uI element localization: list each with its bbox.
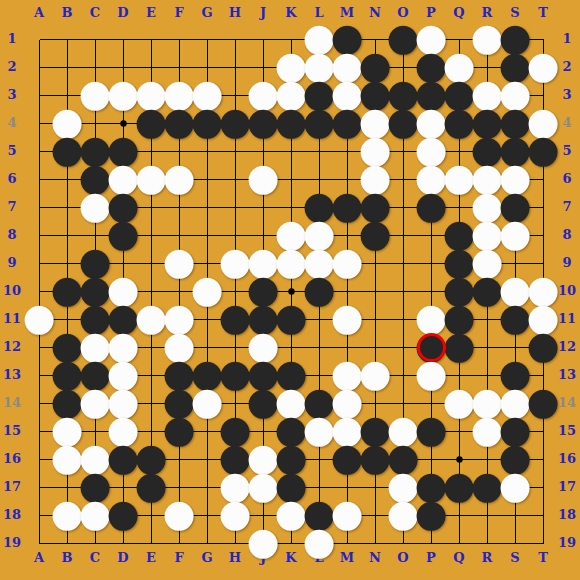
intersection-K4[interactable]: ● xyxy=(277,109,305,137)
intersection-A7[interactable] xyxy=(25,193,53,221)
row-label-8: 8 xyxy=(1,221,23,249)
intersection-A11[interactable]: ● xyxy=(25,305,53,333)
intersection-A4[interactable] xyxy=(25,109,53,137)
intersection-B2[interactable] xyxy=(53,53,81,81)
intersection-T6[interactable] xyxy=(529,165,557,193)
intersection-O12[interactable] xyxy=(389,333,417,361)
intersection-T2[interactable]: ● xyxy=(529,53,557,81)
intersection-D18[interactable]: ● xyxy=(109,501,137,529)
intersection-A17[interactable] xyxy=(25,473,53,501)
intersection-S18[interactable] xyxy=(501,501,529,529)
board-grid: ●●●●●●●●●●●●●●●●●●●●●●●●●●●●●●●●●●●●●●●●… xyxy=(25,25,557,557)
intersection-P12[interactable]: ● xyxy=(417,333,445,361)
intersection-O13[interactable] xyxy=(389,361,417,389)
intersection-B16[interactable]: ● xyxy=(53,445,81,473)
row-label-15: 15 xyxy=(1,417,23,445)
intersection-O18[interactable]: ● xyxy=(389,501,417,529)
intersection-R15[interactable]: ● xyxy=(473,417,501,445)
intersection-F6[interactable]: ● xyxy=(165,165,193,193)
intersection-S19[interactable] xyxy=(501,529,529,557)
intersection-H6[interactable] xyxy=(221,165,249,193)
intersection-R10[interactable]: ● xyxy=(473,277,501,305)
last-move-marker xyxy=(417,333,446,362)
intersection-C3[interactable]: ● xyxy=(81,81,109,109)
intersection-N9[interactable] xyxy=(361,249,389,277)
intersection-N8[interactable]: ● xyxy=(361,221,389,249)
intersection-K9[interactable]: ● xyxy=(277,249,305,277)
intersection-S8[interactable]: ● xyxy=(501,221,529,249)
intersection-B8[interactable] xyxy=(53,221,81,249)
intersection-L11[interactable] xyxy=(305,305,333,333)
col-label-J: J xyxy=(249,5,277,20)
col-label-C: C xyxy=(81,5,109,20)
intersection-A14[interactable] xyxy=(25,389,53,417)
col-label-G: G xyxy=(193,5,221,20)
intersection-O5[interactable] xyxy=(389,137,417,165)
intersection-M5[interactable] xyxy=(333,137,361,165)
intersection-G6[interactable] xyxy=(193,165,221,193)
intersection-J4[interactable]: ● xyxy=(249,109,277,137)
white-stone-M11: ● xyxy=(330,298,363,336)
intersection-G16[interactable] xyxy=(193,445,221,473)
intersection-B10[interactable]: ● xyxy=(53,277,81,305)
intersection-F7[interactable] xyxy=(165,193,193,221)
intersection-T19[interactable] xyxy=(529,529,557,557)
intersection-T18[interactable] xyxy=(529,501,557,529)
intersection-S11[interactable]: ● xyxy=(501,305,529,333)
intersection-Q15[interactable] xyxy=(445,417,473,445)
row-label-13: 13 xyxy=(1,361,23,389)
intersection-A13[interactable] xyxy=(25,361,53,389)
intersection-A16[interactable] xyxy=(25,445,53,473)
intersection-H7[interactable] xyxy=(221,193,249,221)
row-label-14: 14 xyxy=(1,389,23,417)
intersection-T12[interactable]: ● xyxy=(529,333,557,361)
intersection-P8[interactable] xyxy=(417,221,445,249)
row-label-7: 7 xyxy=(1,193,23,221)
intersection-L10[interactable]: ● xyxy=(305,277,333,305)
intersection-G19[interactable] xyxy=(193,529,221,557)
black-stone-D18: ● xyxy=(106,494,139,532)
intersection-E19[interactable] xyxy=(137,529,165,557)
intersection-E8[interactable] xyxy=(137,221,165,249)
white-stone-L19: ● xyxy=(302,522,335,560)
intersection-D3[interactable]: ● xyxy=(109,81,137,109)
intersection-L12[interactable] xyxy=(305,333,333,361)
intersection-G4[interactable]: ● xyxy=(193,109,221,137)
intersection-H4[interactable]: ● xyxy=(221,109,249,137)
intersection-A2[interactable] xyxy=(25,53,53,81)
intersection-J7[interactable] xyxy=(249,193,277,221)
intersection-G7[interactable] xyxy=(193,193,221,221)
intersection-C19[interactable] xyxy=(81,529,109,557)
col-label-Q: Q xyxy=(445,5,473,20)
white-stone-F6: ● xyxy=(162,158,195,196)
intersection-B1[interactable] xyxy=(53,25,81,53)
intersection-P15[interactable]: ● xyxy=(417,417,445,445)
intersection-Q18[interactable] xyxy=(445,501,473,529)
intersection-G11[interactable] xyxy=(193,305,221,333)
col-label-A: A xyxy=(25,5,53,20)
intersection-N19[interactable] xyxy=(361,529,389,557)
intersection-O11[interactable] xyxy=(389,305,417,333)
intersection-E1[interactable] xyxy=(137,25,165,53)
col-label-H: H xyxy=(221,5,249,20)
intersection-N18[interactable] xyxy=(361,501,389,529)
intersection-T15[interactable] xyxy=(529,417,557,445)
intersection-T16[interactable] xyxy=(529,445,557,473)
row-label-9: 9 xyxy=(1,249,23,277)
intersection-K11[interactable]: ● xyxy=(277,305,305,333)
col-label-F: F xyxy=(165,5,193,20)
intersection-L5[interactable] xyxy=(305,137,333,165)
intersection-F18[interactable]: ● xyxy=(165,501,193,529)
intersection-N16[interactable]: ● xyxy=(361,445,389,473)
intersection-M11[interactable]: ● xyxy=(333,305,361,333)
intersection-E17[interactable]: ● xyxy=(137,473,165,501)
row-label-10: 10 xyxy=(1,277,23,305)
intersection-Q14[interactable]: ● xyxy=(445,389,473,417)
intersection-M19[interactable] xyxy=(333,529,361,557)
intersection-E14[interactable] xyxy=(137,389,165,417)
intersection-Q17[interactable]: ● xyxy=(445,473,473,501)
intersection-E13[interactable] xyxy=(137,361,165,389)
intersection-P18[interactable]: ● xyxy=(417,501,445,529)
intersection-O7[interactable] xyxy=(389,193,417,221)
intersection-L16[interactable] xyxy=(305,445,333,473)
col-label-T: T xyxy=(529,5,557,20)
intersection-M4[interactable]: ● xyxy=(333,109,361,137)
intersection-K19[interactable] xyxy=(277,529,305,557)
intersection-F9[interactable]: ● xyxy=(165,249,193,277)
intersection-E18[interactable] xyxy=(137,501,165,529)
intersection-D8[interactable]: ● xyxy=(109,221,137,249)
intersection-T5[interactable]: ● xyxy=(529,137,557,165)
intersection-E12[interactable] xyxy=(137,333,165,361)
intersection-B5[interactable]: ● xyxy=(53,137,81,165)
intersection-O9[interactable] xyxy=(389,249,417,277)
intersection-R12[interactable] xyxy=(473,333,501,361)
intersection-J19[interactable]: ● xyxy=(249,529,277,557)
row-label-4: 4 xyxy=(1,109,23,137)
row-label-3: 3 xyxy=(1,81,23,109)
row-label-5: 5 xyxy=(1,137,23,165)
intersection-E6[interactable]: ● xyxy=(137,165,165,193)
intersection-Q4[interactable]: ● xyxy=(445,109,473,137)
intersection-E11[interactable]: ● xyxy=(137,305,165,333)
intersection-O4[interactable]: ● xyxy=(389,109,417,137)
intersection-J14[interactable]: ● xyxy=(249,389,277,417)
intersection-D16[interactable]: ● xyxy=(109,445,137,473)
intersection-C1[interactable] xyxy=(81,25,109,53)
black-stone-P18: ● xyxy=(414,494,447,532)
intersection-R11[interactable] xyxy=(473,305,501,333)
go-board: ABCDEFGHJKLMNOPQRST ABCDEFGHJKLMNOPQRST … xyxy=(0,0,580,580)
intersection-G18[interactable] xyxy=(193,501,221,529)
intersection-A19[interactable] xyxy=(25,529,53,557)
intersection-F4[interactable]: ● xyxy=(165,109,193,137)
row-label-17: 17 xyxy=(1,473,23,501)
intersection-M16[interactable]: ● xyxy=(333,445,361,473)
intersection-P7[interactable]: ● xyxy=(417,193,445,221)
intersection-H11[interactable]: ● xyxy=(221,305,249,333)
intersection-J1[interactable] xyxy=(249,25,277,53)
intersection-N11[interactable] xyxy=(361,305,389,333)
intersection-H13[interactable]: ● xyxy=(221,361,249,389)
intersection-A9[interactable] xyxy=(25,249,53,277)
intersection-R17[interactable]: ● xyxy=(473,473,501,501)
intersection-S17[interactable]: ● xyxy=(501,473,529,501)
intersection-O19[interactable] xyxy=(389,529,417,557)
intersection-T7[interactable] xyxy=(529,193,557,221)
intersection-F15[interactable]: ● xyxy=(165,417,193,445)
row-label-6: 6 xyxy=(1,165,23,193)
intersection-F19[interactable] xyxy=(165,529,193,557)
row-labels-left: 12345678910111213141516171819 xyxy=(1,25,23,557)
intersection-H19[interactable] xyxy=(221,529,249,557)
row-label-19: 19 xyxy=(556,529,578,557)
white-stone-S17: ● xyxy=(498,466,531,504)
intersection-O1[interactable]: ● xyxy=(389,25,417,53)
intersection-B18[interactable]: ● xyxy=(53,501,81,529)
intersection-E7[interactable] xyxy=(137,193,165,221)
intersection-P9[interactable] xyxy=(417,249,445,277)
row-label-1: 1 xyxy=(1,25,23,53)
intersection-H9[interactable]: ● xyxy=(221,249,249,277)
intersection-R19[interactable] xyxy=(473,529,501,557)
intersection-H1[interactable] xyxy=(221,25,249,53)
intersection-G17[interactable] xyxy=(193,473,221,501)
intersection-M9[interactable]: ● xyxy=(333,249,361,277)
row-label-18: 18 xyxy=(556,501,578,529)
intersection-M7[interactable]: ● xyxy=(333,193,361,221)
intersection-K5[interactable] xyxy=(277,137,305,165)
col-label-N: N xyxy=(361,5,389,20)
intersection-G15[interactable] xyxy=(193,417,221,445)
intersection-A15[interactable] xyxy=(25,417,53,445)
intersection-J6[interactable]: ● xyxy=(249,165,277,193)
intersection-A8[interactable] xyxy=(25,221,53,249)
intersection-N17[interactable] xyxy=(361,473,389,501)
intersection-L4[interactable]: ● xyxy=(305,109,333,137)
intersection-M18[interactable]: ● xyxy=(333,501,361,529)
intersection-L15[interactable]: ● xyxy=(305,417,333,445)
intersection-N13[interactable]: ● xyxy=(361,361,389,389)
intersection-O10[interactable] xyxy=(389,277,417,305)
row-label-11: 11 xyxy=(1,305,23,333)
intersection-P13[interactable]: ● xyxy=(417,361,445,389)
intersection-T8[interactable] xyxy=(529,221,557,249)
row-label-8: 8 xyxy=(556,221,578,249)
intersection-T14[interactable]: ● xyxy=(529,389,557,417)
col-label-E: E xyxy=(137,5,165,20)
intersection-G14[interactable]: ● xyxy=(193,389,221,417)
intersection-D1[interactable] xyxy=(109,25,137,53)
intersection-K18[interactable]: ● xyxy=(277,501,305,529)
row-label-7: 7 xyxy=(556,193,578,221)
row-label-2: 2 xyxy=(1,53,23,81)
intersection-B6[interactable] xyxy=(53,165,81,193)
intersection-J17[interactable]: ● xyxy=(249,473,277,501)
intersection-E4[interactable]: ● xyxy=(137,109,165,137)
intersection-K6[interactable] xyxy=(277,165,305,193)
intersection-P19[interactable] xyxy=(417,529,445,557)
intersection-G5[interactable] xyxy=(193,137,221,165)
intersection-Q6[interactable]: ● xyxy=(445,165,473,193)
intersection-H2[interactable] xyxy=(221,53,249,81)
intersection-C14[interactable]: ● xyxy=(81,389,109,417)
row-label-17: 17 xyxy=(556,473,578,501)
col-label-K: K xyxy=(277,5,305,20)
intersection-G8[interactable] xyxy=(193,221,221,249)
row-label-16: 16 xyxy=(556,445,578,473)
intersection-O6[interactable] xyxy=(389,165,417,193)
intersection-F16[interactable] xyxy=(165,445,193,473)
white-stone-J6: ● xyxy=(246,158,279,196)
intersection-F1[interactable] xyxy=(165,25,193,53)
intersection-A6[interactable] xyxy=(25,165,53,193)
intersection-C7[interactable]: ● xyxy=(81,193,109,221)
white-stone-J19: ● xyxy=(246,522,279,560)
intersection-Q12[interactable]: ● xyxy=(445,333,473,361)
intersection-G1[interactable] xyxy=(193,25,221,53)
intersection-A3[interactable] xyxy=(25,81,53,109)
intersection-R18[interactable] xyxy=(473,501,501,529)
intersection-O8[interactable] xyxy=(389,221,417,249)
intersection-T17[interactable] xyxy=(529,473,557,501)
row-label-12: 12 xyxy=(1,333,23,361)
row-label-19: 19 xyxy=(1,529,23,557)
intersection-A12[interactable] xyxy=(25,333,53,361)
intersection-D19[interactable] xyxy=(109,529,137,557)
intersection-R1[interactable]: ● xyxy=(473,25,501,53)
intersection-H18[interactable]: ● xyxy=(221,501,249,529)
intersection-C18[interactable]: ● xyxy=(81,501,109,529)
intersection-H5[interactable] xyxy=(221,137,249,165)
intersection-Q19[interactable] xyxy=(445,529,473,557)
intersection-L19[interactable]: ● xyxy=(305,529,333,557)
intersection-A18[interactable] xyxy=(25,501,53,529)
row-label-16: 16 xyxy=(1,445,23,473)
row-label-18: 18 xyxy=(1,501,23,529)
white-stone-F18: ● xyxy=(162,494,195,532)
intersection-A5[interactable] xyxy=(25,137,53,165)
intersection-E9[interactable] xyxy=(137,249,165,277)
col-label-D: D xyxy=(109,5,137,20)
intersection-A1[interactable] xyxy=(25,25,53,53)
intersection-G10[interactable]: ● xyxy=(193,277,221,305)
intersection-B7[interactable] xyxy=(53,193,81,221)
intersection-N10[interactable] xyxy=(361,277,389,305)
intersection-B19[interactable] xyxy=(53,529,81,557)
col-label-B: B xyxy=(53,5,81,20)
